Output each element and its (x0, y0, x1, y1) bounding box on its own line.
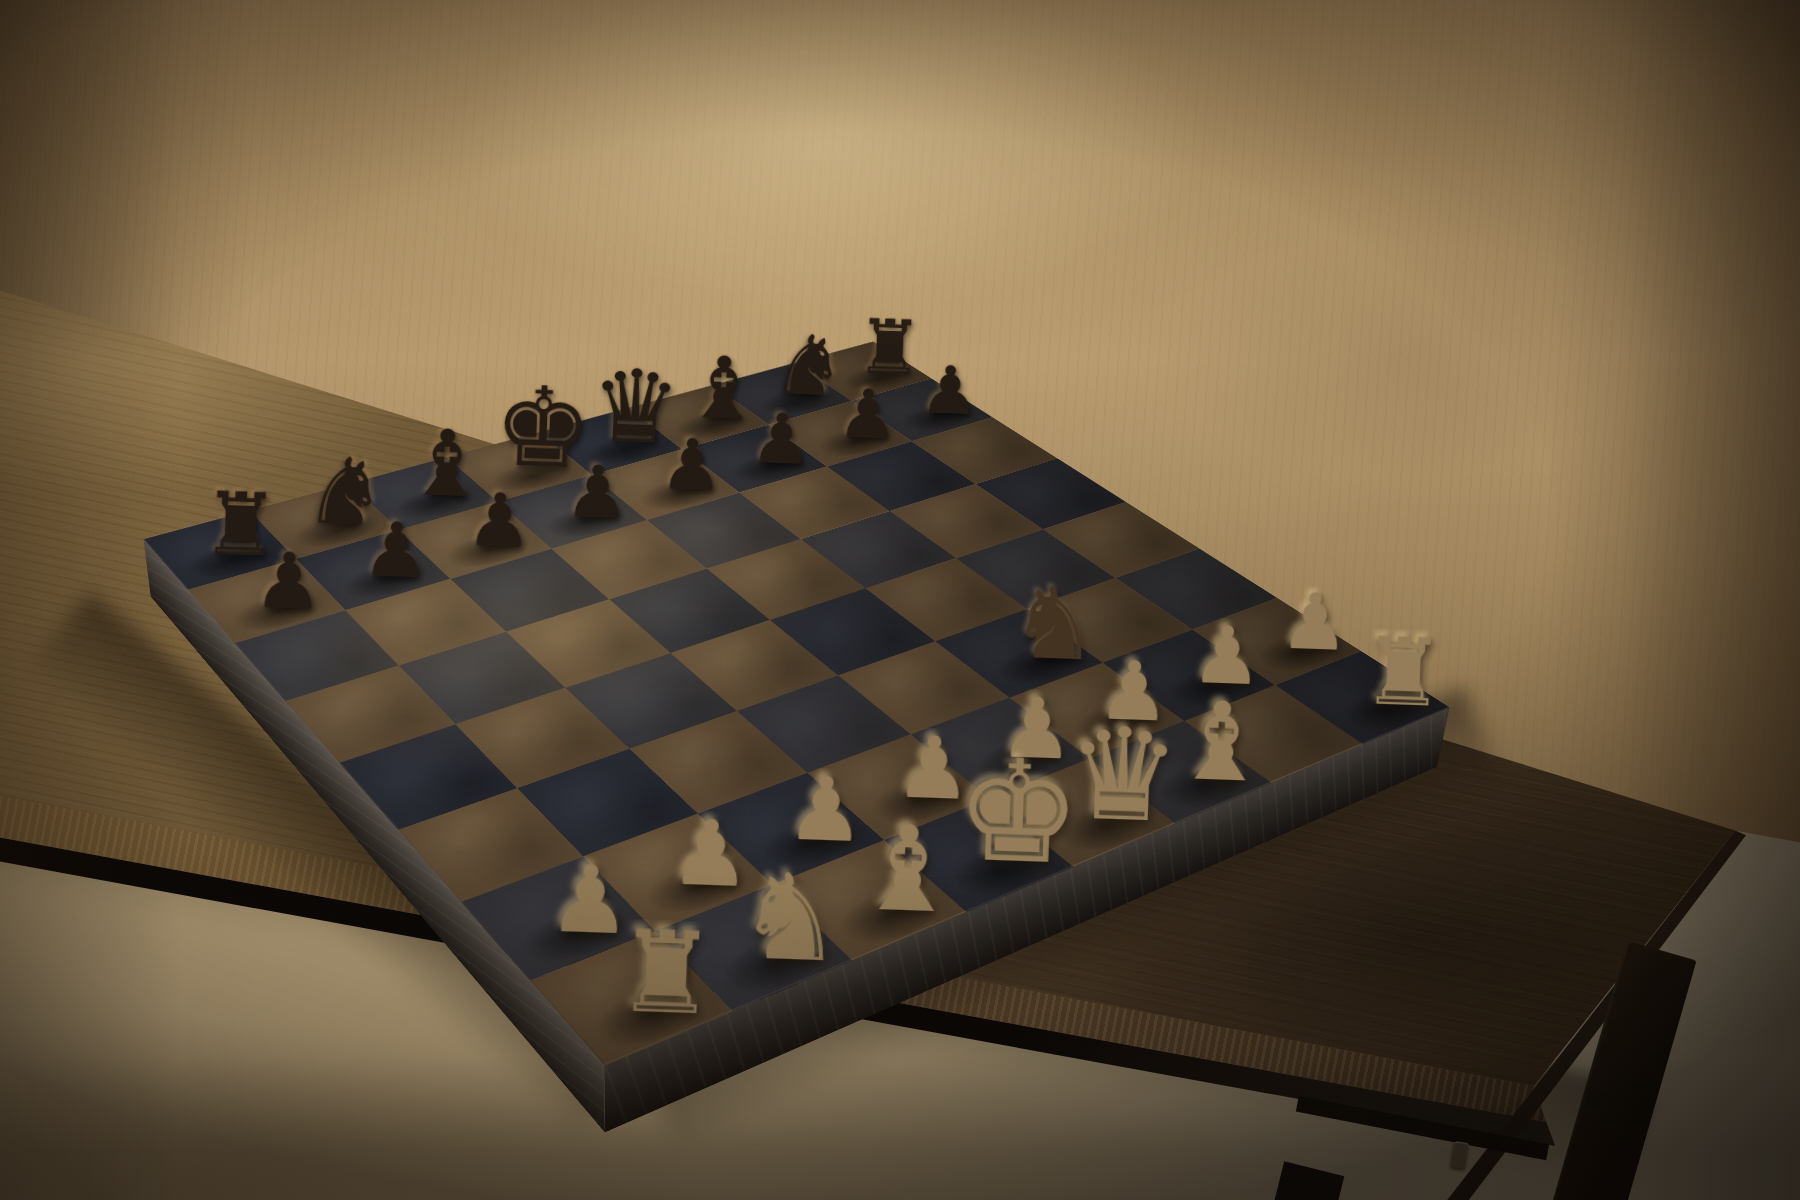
white-bishop-f1[interactable]: ♝ (853, 812, 963, 928)
black-pawn-c7[interactable]: ♟ (749, 406, 813, 473)
white-king-e1[interactable]: ♚ (953, 744, 1084, 882)
black-pawn-a7[interactable]: ♟ (919, 358, 980, 423)
black-pawn-b7[interactable]: ♟ (836, 381, 899, 447)
black-pawn-e7[interactable]: ♟ (564, 457, 631, 528)
square-f5[interactable] (506, 599, 670, 688)
black-rook-a8[interactable]: ♜ (855, 311, 924, 384)
white-knight-c3[interactable]: ♞ (1008, 576, 1100, 673)
white-knight-g1[interactable]: ♞ (735, 860, 846, 977)
black-pawn-f7[interactable]: ♟ (465, 485, 533, 557)
black-pawn-g7[interactable]: ♟ (361, 514, 431, 588)
white-pawn-f2[interactable]: ♟ (785, 767, 867, 853)
black-pawn-d7[interactable]: ♟ (659, 431, 724, 500)
white-bishop-c1[interactable]: ♝ (1171, 689, 1272, 796)
white-rook-h1[interactable]: ♜ (614, 919, 719, 1029)
scene: ♜♞♝♚♛♝♞♜♟♟♟♟♟♟♟♟♞♟♟♟♟♟♟♟♟♜♞♝♚♛♝♜ (0, 0, 1800, 1200)
black-pawn-h7[interactable]: ♟ (252, 544, 324, 620)
white-rook-a1[interactable]: ♜ (1361, 627, 1447, 718)
black-knight-b8[interactable]: ♞ (770, 326, 847, 407)
white-pawn-a2[interactable]: ♟ (1279, 585, 1351, 661)
